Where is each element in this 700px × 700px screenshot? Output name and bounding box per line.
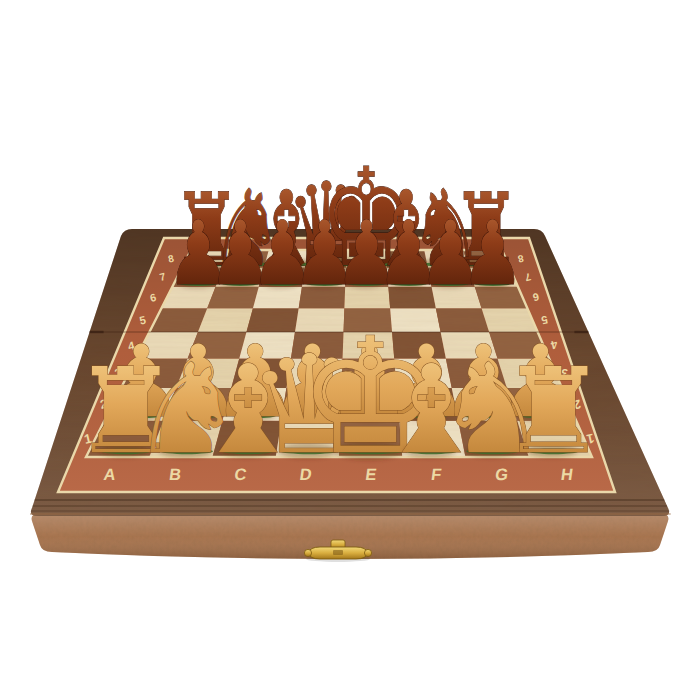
white-rook-glyph: ♜ xyxy=(500,342,608,480)
piece-black-pawn-h7: ♟ xyxy=(461,201,525,304)
black-pawn-glyph: ♟ xyxy=(461,201,525,304)
piece-white-rook-h1: ♜ xyxy=(500,342,608,480)
board-svg: ABCDEFGH1122334455667788 ♜♞♝♛♚♝♞♜♟♟♟♟♟♟♟… xyxy=(0,0,700,700)
chess-set-photo: ABCDEFGH1122334455667788 ♜♞♝♛♚♝♞♜♟♟♟♟♟♟♟… xyxy=(0,0,700,700)
